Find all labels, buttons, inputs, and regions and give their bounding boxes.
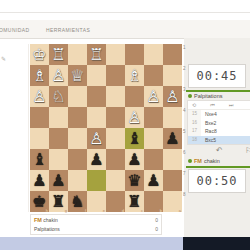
square[interactable]: ♞f — [68, 191, 87, 212]
player-top-row[interactable]: Palpitations — [188, 92, 222, 100]
white-piece[interactable]: ♔ — [32, 44, 46, 65]
white-piece[interactable]: ♙ — [165, 86, 179, 107]
square[interactable] — [106, 65, 125, 86]
white-piece[interactable]: ♙ — [146, 86, 160, 107]
black-piece[interactable]: ♝ — [32, 149, 46, 170]
move-number: 16 — [188, 119, 201, 128]
square[interactable] — [87, 65, 106, 86]
square[interactable]: ♛ — [125, 170, 144, 191]
lichess-game-screen: COMUNIDAD HERRAMIENTAS ✎ ♔♖♖♗♙♕♗♙♘♙♙♙♙♝♟… — [0, 0, 250, 250]
square[interactable]: a — [163, 191, 182, 212]
square[interactable] — [49, 128, 68, 149]
file-label: a — [179, 208, 181, 213]
score-table: FM chakin 0 Palpitations 0 — [30, 214, 162, 235]
player-top-name[interactable]: Palpitations — [194, 93, 222, 99]
file-label: d — [122, 208, 124, 213]
player-bottom-name[interactable]: chakin — [204, 158, 220, 164]
square[interactable]: ♚h — [30, 191, 49, 212]
score-title-1: FM — [34, 217, 42, 223]
square[interactable] — [68, 149, 87, 170]
square[interactable]: ♜c — [125, 191, 144, 212]
white-piece[interactable]: ♘ — [51, 86, 65, 107]
square[interactable] — [106, 107, 125, 128]
chess-board: ♔♖♖♗♙♕♗♙♘♙♙♙♙♝♟♝♟♟♟♟♛♟♚h♜g♞fed♜cba — [30, 44, 182, 212]
black-piece[interactable]: ♚ — [32, 191, 46, 212]
cycle-icon[interactable]: ⟲ — [192, 102, 196, 108]
rank-label: 8 — [183, 191, 188, 212]
black-piece[interactable]: ♛ — [127, 170, 141, 191]
square[interactable]: e — [87, 191, 106, 212]
square[interactable] — [49, 107, 68, 128]
square[interactable]: ♙ — [125, 107, 144, 128]
menu-item-community[interactable]: COMUNIDAD — [0, 27, 29, 33]
score-name-1: chakin — [43, 217, 155, 223]
square[interactable]: ♙ — [163, 86, 182, 107]
move-number: 15 — [188, 110, 201, 119]
move-row[interactable]: 15Nxe4 — [188, 110, 250, 119]
square[interactable] — [30, 107, 49, 128]
move-row[interactable]: 17Rac8 — [188, 127, 250, 136]
board-left-border — [28, 44, 29, 212]
square[interactable] — [144, 44, 163, 65]
square[interactable] — [144, 107, 163, 128]
file-label: e — [103, 208, 105, 213]
clock-bottom: 00:50 — [188, 169, 246, 193]
square[interactable]: ♝ — [125, 128, 144, 149]
square[interactable]: ♙ — [144, 86, 163, 107]
move-row[interactable]: 18Bxc5 — [188, 136, 250, 145]
takeback-icon[interactable]: ↶ — [216, 146, 223, 155]
move-list: ⟲ ⏮ ⏭ 15Nxe416Bxe217Rac818Bxc5 — [187, 100, 250, 145]
move-number: 18 — [188, 136, 201, 145]
first-move-icon[interactable]: ⏮ — [210, 102, 215, 109]
black-piece[interactable]: ♟ — [51, 170, 65, 191]
square[interactable] — [68, 44, 87, 65]
black-piece[interactable]: ♟ — [89, 149, 103, 170]
square[interactable]: ♗ — [30, 65, 49, 86]
square[interactable]: ♔ — [30, 44, 49, 65]
square[interactable] — [163, 107, 182, 128]
square[interactable] — [87, 107, 106, 128]
move-san[interactable]: Bxc5 — [201, 137, 216, 143]
white-piece[interactable]: ♖ — [89, 44, 103, 65]
square[interactable] — [106, 170, 125, 191]
score-value-1: 0 — [155, 217, 158, 223]
black-piece[interactable]: ♜ — [127, 191, 141, 212]
square[interactable]: ♜g — [49, 191, 68, 212]
square[interactable]: ♝ — [30, 149, 49, 170]
menu-item-tools[interactable]: HERRAMIENTAS — [46, 27, 90, 33]
square[interactable]: ♗ — [125, 65, 144, 86]
taskbar-active-window[interactable] — [183, 237, 250, 250]
black-piece[interactable]: ♜ — [51, 191, 65, 212]
square[interactable]: ♙ — [49, 65, 68, 86]
square[interactable]: ♖ — [49, 44, 68, 65]
square[interactable] — [106, 44, 125, 65]
square[interactable] — [87, 170, 106, 191]
black-piece[interactable]: ♟ — [165, 128, 179, 149]
white-piece[interactable]: ♙ — [51, 65, 65, 86]
score-name-2: Palpitations — [34, 226, 155, 232]
score-value-2: 0 — [155, 226, 158, 232]
square[interactable] — [87, 86, 106, 107]
file-label: h — [46, 208, 48, 213]
clock-top: 00:45 — [188, 64, 246, 88]
square[interactable] — [163, 44, 182, 65]
square[interactable] — [125, 86, 144, 107]
square[interactable] — [163, 65, 182, 86]
white-piece[interactable]: ♗ — [32, 65, 46, 86]
white-piece[interactable]: ♙ — [32, 86, 46, 107]
square[interactable]: ♟ — [163, 128, 182, 149]
online-dot — [188, 94, 192, 98]
player-bottom-row[interactable]: FM chakin — [188, 157, 220, 165]
square[interactable] — [106, 128, 125, 149]
pencil-icon[interactable]: ✎ — [1, 55, 6, 62]
last-move-icon[interactable]: ⏭ — [229, 102, 234, 109]
square[interactable]: d — [106, 191, 125, 212]
square[interactable]: ♟ — [125, 149, 144, 170]
square[interactable] — [163, 149, 182, 170]
square[interactable] — [144, 149, 163, 170]
score-row[interactable]: Palpitations 0 — [31, 224, 161, 233]
move-san[interactable]: Nxe4 — [201, 111, 217, 117]
move-list-toolbar: ⟲ ⏮ ⏭ — [188, 101, 250, 110]
black-piece[interactable]: ♟ — [32, 170, 46, 191]
white-piece[interactable]: ♗ — [127, 65, 141, 86]
rank-label: 1 — [183, 44, 188, 65]
file-label: g — [65, 208, 67, 213]
square[interactable] — [30, 128, 49, 149]
move-rows: 15Nxe416Bxe217Rac818Bxc5 — [188, 110, 250, 144]
square[interactable] — [49, 149, 68, 170]
square[interactable]: ♟ — [144, 170, 163, 191]
white-piece[interactable]: ♙ — [89, 128, 103, 149]
square[interactable]: ♙ — [87, 128, 106, 149]
white-piece[interactable]: ♕ — [70, 65, 84, 86]
square[interactable] — [144, 65, 163, 86]
online-dot — [188, 159, 192, 163]
square[interactable] — [68, 128, 87, 149]
square[interactable]: ♟ — [30, 170, 49, 191]
player-bottom-title: FM — [194, 158, 202, 164]
square[interactable] — [163, 170, 182, 191]
white-piece[interactable]: ♙ — [127, 107, 141, 128]
file-label: f — [85, 208, 86, 213]
square[interactable] — [106, 149, 125, 170]
square[interactable] — [68, 86, 87, 107]
square[interactable] — [68, 170, 87, 191]
move-san[interactable]: Bxe2 — [201, 120, 216, 126]
square[interactable]: ♘ — [49, 86, 68, 107]
square[interactable]: ♕ — [68, 65, 87, 86]
square[interactable] — [68, 107, 87, 128]
black-piece[interactable]: ♞ — [70, 191, 84, 212]
square[interactable] — [144, 128, 163, 149]
score-row[interactable]: FM chakin 0 — [31, 215, 161, 224]
square[interactable]: ♖ — [87, 44, 106, 65]
os-taskbar[interactable] — [0, 237, 250, 250]
white-piece[interactable]: ♖ — [51, 44, 65, 65]
black-piece[interactable]: ♟ — [127, 149, 141, 170]
active-player-bar-bottom — [186, 166, 250, 168]
flag-icon[interactable]: ⚐ — [245, 146, 250, 155]
file-label: b — [160, 208, 162, 213]
black-piece[interactable]: ♝ — [127, 128, 141, 149]
square[interactable]: ♟ — [87, 149, 106, 170]
move-row[interactable]: 16Bxe2 — [188, 119, 250, 128]
square[interactable]: b — [144, 191, 163, 212]
square[interactable]: ♟ — [49, 170, 68, 191]
top-menubar: COMUNIDAD HERRAMIENTAS — [0, 20, 250, 39]
move-number: 17 — [188, 127, 201, 136]
square[interactable]: ♙ — [30, 86, 49, 107]
square[interactable] — [106, 86, 125, 107]
file-label: c — [141, 208, 143, 213]
square[interactable] — [125, 44, 144, 65]
top-divider — [0, 12, 250, 13]
move-san[interactable]: Rac8 — [201, 128, 217, 134]
black-piece[interactable]: ♟ — [146, 170, 160, 191]
